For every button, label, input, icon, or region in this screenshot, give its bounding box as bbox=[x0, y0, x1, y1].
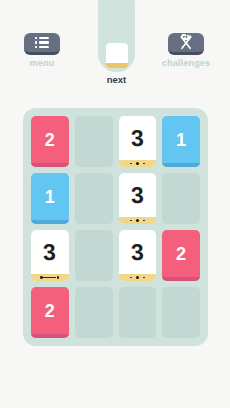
challenges-button[interactable] bbox=[168, 33, 204, 55]
card-face-dots bbox=[119, 160, 157, 167]
tile-value: 2 bbox=[45, 131, 55, 149]
tile-2-r0c0[interactable]: 2 bbox=[31, 116, 69, 167]
tile-3-r1c2[interactable]: 3 bbox=[119, 173, 157, 224]
board-cell-r1c3 bbox=[162, 173, 200, 224]
next-card-back-edge bbox=[106, 63, 128, 68]
board-cell-r2c1 bbox=[75, 230, 113, 281]
card-bottom-edge bbox=[31, 163, 69, 167]
next-label: next bbox=[86, 74, 147, 85]
card-face-dots bbox=[119, 274, 157, 281]
tile-1-r1c0[interactable]: 1 bbox=[31, 173, 69, 224]
card-bottom-edge bbox=[31, 220, 69, 224]
card-face-mouth bbox=[31, 274, 69, 281]
tile-2-r3c0[interactable]: 2 bbox=[31, 287, 69, 338]
board-cell-r1c0: 1 bbox=[31, 173, 69, 224]
tile-value: 1 bbox=[176, 131, 186, 149]
tile-1-r0c3[interactable]: 1 bbox=[162, 116, 200, 167]
tile-value: 2 bbox=[45, 302, 55, 320]
board-cell-r0c3: 1 bbox=[162, 116, 200, 167]
crossed-flags-icon bbox=[175, 34, 197, 52]
card-bottom-edge bbox=[31, 334, 69, 338]
board-cell-r1c1 bbox=[75, 173, 113, 224]
tile-value: 1 bbox=[45, 188, 55, 206]
card-bottom-edge bbox=[162, 163, 200, 167]
board-cell-r3c2 bbox=[119, 287, 157, 338]
board[interactable]: 231133322 bbox=[23, 108, 208, 346]
board-cell-r0c1 bbox=[75, 116, 113, 167]
board-cell-r3c1 bbox=[75, 287, 113, 338]
bullet-list-icon bbox=[35, 37, 50, 49]
menu-button[interactable] bbox=[24, 33, 60, 55]
card-bottom-edge bbox=[162, 277, 200, 281]
board-cell-r2c3: 2 bbox=[162, 230, 200, 281]
board-cell-r2c2: 3 bbox=[119, 230, 157, 281]
board-cell-r3c0: 2 bbox=[31, 287, 69, 338]
tile-value: 2 bbox=[176, 245, 186, 263]
board-cell-r0c0: 2 bbox=[31, 116, 69, 167]
tile-value: 3 bbox=[131, 183, 145, 206]
challenges-label: challenges bbox=[148, 58, 224, 68]
next-card bbox=[106, 43, 128, 68]
tile-value: 3 bbox=[131, 126, 145, 149]
tile-2-r2c3[interactable]: 2 bbox=[162, 230, 200, 281]
board-cell-r3c3 bbox=[162, 287, 200, 338]
threes-game-screen: next menu challenges 23113332 bbox=[0, 0, 230, 408]
tile-3-r0c2[interactable]: 3 bbox=[119, 116, 157, 167]
tile-value: 3 bbox=[131, 240, 145, 263]
card-face-dots bbox=[119, 217, 157, 224]
tile-value: 3 bbox=[43, 240, 57, 263]
menu-label: menu bbox=[4, 58, 80, 68]
tile-3-r2c0[interactable]: 3 bbox=[31, 230, 69, 281]
tile-3-r2c2[interactable]: 3 bbox=[119, 230, 157, 281]
board-cell-r1c2: 3 bbox=[119, 173, 157, 224]
board-cell-r0c2: 3 bbox=[119, 116, 157, 167]
board-cell-r2c0: 3 bbox=[31, 230, 69, 281]
